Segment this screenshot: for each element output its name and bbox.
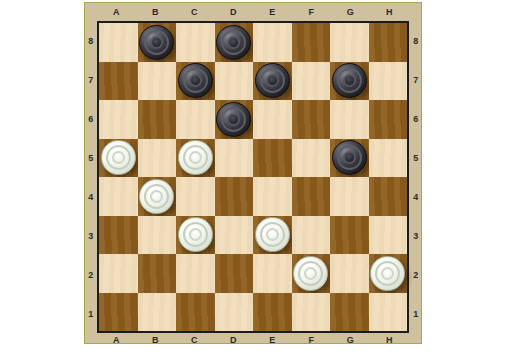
square-c1[interactable] xyxy=(176,293,215,332)
square-f2[interactable] xyxy=(292,254,331,293)
checkers-board xyxy=(97,21,409,333)
file-label-bottom-h: H xyxy=(370,334,409,345)
square-g5[interactable] xyxy=(330,139,369,178)
black-man-d8[interactable] xyxy=(216,25,251,60)
file-label-bottom-d: D xyxy=(214,334,253,345)
file-label-top-g: G xyxy=(331,3,370,20)
file-label-bottom-b: B xyxy=(136,334,175,345)
file-label-bottom-f: F xyxy=(292,334,331,345)
square-g2[interactable] xyxy=(330,254,369,293)
square-d2[interactable] xyxy=(215,254,254,293)
rank-label-right-4: 4 xyxy=(410,177,422,216)
rank-label-right-7: 7 xyxy=(410,60,422,99)
file-label-top-e: E xyxy=(253,3,292,20)
square-e5[interactable] xyxy=(253,139,292,178)
black-man-g5[interactable] xyxy=(332,140,367,175)
black-man-c7[interactable] xyxy=(178,63,213,98)
square-h3[interactable] xyxy=(369,216,408,255)
file-label-top-h: H xyxy=(370,3,409,20)
square-a4[interactable] xyxy=(99,177,138,216)
square-a5[interactable] xyxy=(99,139,138,178)
rank-label-left-2: 2 xyxy=(85,255,97,294)
file-labels-top: ABCDEFGH xyxy=(97,3,409,20)
rank-label-left-6: 6 xyxy=(85,99,97,138)
square-h5[interactable] xyxy=(369,139,408,178)
square-e3[interactable] xyxy=(253,216,292,255)
square-g1[interactable] xyxy=(330,293,369,332)
square-g6[interactable] xyxy=(330,100,369,139)
square-g4[interactable] xyxy=(330,177,369,216)
file-label-bottom-a: A xyxy=(97,334,136,345)
file-label-top-c: C xyxy=(175,3,214,20)
square-g8[interactable] xyxy=(330,23,369,62)
black-man-e7[interactable] xyxy=(255,63,290,98)
rank-label-right-5: 5 xyxy=(410,138,422,177)
rank-label-right-3: 3 xyxy=(410,216,422,255)
square-h2[interactable] xyxy=(369,254,408,293)
square-g3[interactable] xyxy=(330,216,369,255)
square-f6[interactable] xyxy=(292,100,331,139)
square-a3[interactable] xyxy=(99,216,138,255)
square-e4[interactable] xyxy=(253,177,292,216)
square-a2[interactable] xyxy=(99,254,138,293)
square-b6[interactable] xyxy=(138,100,177,139)
square-f3[interactable] xyxy=(292,216,331,255)
square-h4[interactable] xyxy=(369,177,408,216)
square-b7[interactable] xyxy=(138,62,177,101)
square-f5[interactable] xyxy=(292,139,331,178)
square-c3[interactable] xyxy=(176,216,215,255)
square-a1[interactable] xyxy=(99,293,138,332)
square-e8[interactable] xyxy=(253,23,292,62)
white-man-b4[interactable] xyxy=(139,179,174,214)
white-man-f2[interactable] xyxy=(293,256,328,291)
file-label-top-f: F xyxy=(292,3,331,20)
square-d8[interactable] xyxy=(215,23,254,62)
file-label-bottom-c: C xyxy=(175,334,214,345)
white-man-e3[interactable] xyxy=(255,217,290,252)
rank-label-left-8: 8 xyxy=(85,21,97,60)
rank-label-right-1: 1 xyxy=(410,294,422,333)
square-c7[interactable] xyxy=(176,62,215,101)
square-f4[interactable] xyxy=(292,177,331,216)
square-c8[interactable] xyxy=(176,23,215,62)
square-f1[interactable] xyxy=(292,293,331,332)
square-c6[interactable] xyxy=(176,100,215,139)
square-e6[interactable] xyxy=(253,100,292,139)
square-h8[interactable] xyxy=(369,23,408,62)
rank-labels-right: 87654321 xyxy=(410,21,422,333)
square-c2[interactable] xyxy=(176,254,215,293)
square-d6[interactable] xyxy=(215,100,254,139)
square-e7[interactable] xyxy=(253,62,292,101)
rank-label-left-1: 1 xyxy=(85,294,97,333)
square-b3[interactable] xyxy=(138,216,177,255)
rank-label-right-6: 6 xyxy=(410,99,422,138)
black-man-g7[interactable] xyxy=(332,63,367,98)
file-label-bottom-e: E xyxy=(253,334,292,345)
rank-label-left-3: 3 xyxy=(85,216,97,255)
board-frame: ABCDEFGH 87654321 87654321 ABCDEFGH xyxy=(84,2,422,344)
square-b8[interactable] xyxy=(138,23,177,62)
square-h7[interactable] xyxy=(369,62,408,101)
square-d5[interactable] xyxy=(215,139,254,178)
square-a7[interactable] xyxy=(99,62,138,101)
file-label-top-d: D xyxy=(214,3,253,20)
white-man-h2[interactable] xyxy=(370,256,405,291)
rank-label-left-4: 4 xyxy=(85,177,97,216)
square-e1[interactable] xyxy=(253,293,292,332)
file-label-bottom-g: G xyxy=(331,334,370,345)
black-man-b8[interactable] xyxy=(139,25,174,60)
white-man-c3[interactable] xyxy=(178,217,213,252)
square-e2[interactable] xyxy=(253,254,292,293)
square-c4[interactable] xyxy=(176,177,215,216)
square-b1[interactable] xyxy=(138,293,177,332)
square-d7[interactable] xyxy=(215,62,254,101)
square-h1[interactable] xyxy=(369,293,408,332)
white-man-a5[interactable] xyxy=(101,140,136,175)
square-a6[interactable] xyxy=(99,100,138,139)
square-b2[interactable] xyxy=(138,254,177,293)
rank-label-left-5: 5 xyxy=(85,138,97,177)
square-a8[interactable] xyxy=(99,23,138,62)
rank-labels-left: 87654321 xyxy=(85,21,97,333)
square-b5[interactable] xyxy=(138,139,177,178)
rank-label-right-2: 2 xyxy=(410,255,422,294)
rank-label-right-8: 8 xyxy=(410,21,422,60)
square-b4[interactable] xyxy=(138,177,177,216)
file-labels-bottom: ABCDEFGH xyxy=(97,334,409,345)
file-label-top-b: B xyxy=(136,3,175,20)
square-f7[interactable] xyxy=(292,62,331,101)
square-d4[interactable] xyxy=(215,177,254,216)
black-man-d6[interactable] xyxy=(216,102,251,137)
rank-label-left-7: 7 xyxy=(85,60,97,99)
square-h6[interactable] xyxy=(369,100,408,139)
square-c5[interactable] xyxy=(176,139,215,178)
white-man-c5[interactable] xyxy=(178,140,213,175)
square-d1[interactable] xyxy=(215,293,254,332)
square-g7[interactable] xyxy=(330,62,369,101)
square-d3[interactable] xyxy=(215,216,254,255)
file-label-top-a: A xyxy=(97,3,136,20)
square-f8[interactable] xyxy=(292,23,331,62)
